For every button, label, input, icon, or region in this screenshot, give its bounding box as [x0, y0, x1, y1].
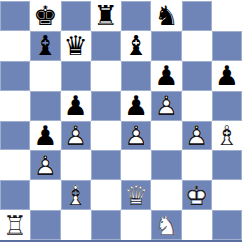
square-e5[interactable]: ♟ — [121, 91, 151, 121]
white-bishop[interactable]: ♗ — [61, 180, 91, 210]
square-h2[interactable] — [212, 180, 242, 210]
square-f1[interactable]: ♞♘ — [151, 210, 181, 240]
square-d5[interactable] — [91, 91, 121, 121]
square-b7[interactable]: ♝ — [30, 31, 60, 61]
square-h4[interactable]: ♝♗ — [212, 121, 242, 151]
square-c4[interactable]: ♟♙ — [61, 121, 91, 151]
square-a3[interactable] — [0, 150, 30, 180]
square-e1[interactable] — [121, 210, 151, 240]
square-f5[interactable]: ♟♙ — [151, 91, 181, 121]
square-e3[interactable] — [121, 150, 151, 180]
square-g3[interactable] — [182, 150, 212, 180]
black-pawn[interactable]: ♟ — [121, 91, 151, 121]
square-h7[interactable] — [212, 31, 242, 61]
square-d6[interactable] — [91, 61, 121, 91]
square-h3[interactable] — [212, 150, 242, 180]
square-g6[interactable] — [182, 61, 212, 91]
square-f3[interactable] — [151, 150, 181, 180]
square-h5[interactable] — [212, 91, 242, 121]
black-pawn[interactable]: ♟ — [61, 91, 91, 121]
white-rook[interactable]: ♖ — [0, 210, 30, 240]
square-d4[interactable] — [91, 121, 121, 151]
black-bishop[interactable]: ♝ — [121, 31, 151, 61]
white-bishop[interactable]: ♗ — [212, 121, 242, 151]
black-pawn[interactable]: ♟ — [30, 121, 60, 151]
square-c7[interactable]: ♛ — [61, 31, 91, 61]
square-f7[interactable] — [151, 31, 181, 61]
square-b1[interactable] — [30, 210, 60, 240]
square-d1[interactable] — [91, 210, 121, 240]
square-a8[interactable] — [0, 1, 30, 31]
white-knight[interactable]: ♘ — [151, 210, 181, 240]
square-c6[interactable] — [61, 61, 91, 91]
square-b4[interactable]: ♟ — [30, 121, 60, 151]
square-c5[interactable]: ♟ — [61, 91, 91, 121]
square-h6[interactable]: ♟ — [212, 61, 242, 91]
square-f4[interactable] — [151, 121, 181, 151]
square-a2[interactable] — [0, 180, 30, 210]
square-f8[interactable]: ♞ — [151, 1, 181, 31]
black-rook[interactable]: ♜ — [91, 1, 121, 31]
square-d3[interactable] — [91, 150, 121, 180]
white-pawn[interactable]: ♙ — [182, 121, 212, 151]
black-queen[interactable]: ♛ — [61, 31, 91, 61]
square-b5[interactable] — [30, 91, 60, 121]
square-a6[interactable] — [0, 61, 30, 91]
square-e6[interactable] — [121, 61, 151, 91]
square-c3[interactable] — [61, 150, 91, 180]
white-pawn[interactable]: ♙ — [151, 91, 181, 121]
square-f6[interactable]: ♟ — [151, 61, 181, 91]
square-a1[interactable]: ♜♖ — [0, 210, 30, 240]
square-g4[interactable]: ♟♙ — [182, 121, 212, 151]
square-a7[interactable] — [0, 31, 30, 61]
black-pawn[interactable]: ♟ — [212, 61, 242, 91]
square-e2[interactable]: ♛♕ — [121, 180, 151, 210]
square-e4[interactable]: ♟♙ — [121, 121, 151, 151]
square-e7[interactable]: ♝ — [121, 31, 151, 61]
square-d7[interactable] — [91, 31, 121, 61]
black-pawn[interactable]: ♟ — [151, 61, 181, 91]
square-b3[interactable]: ♟♙ — [30, 150, 60, 180]
black-knight[interactable]: ♞ — [151, 1, 181, 31]
square-g1[interactable] — [182, 210, 212, 240]
square-a4[interactable] — [0, 121, 30, 151]
square-b2[interactable] — [30, 180, 60, 210]
square-g8[interactable] — [182, 1, 212, 31]
square-b8[interactable]: ♚ — [30, 1, 60, 31]
chess-board: ♚♜♞♝♛♝♟♟♟♟♟♙♟♟♙♟♙♟♙♝♗♟♙♝♗♛♕♚♔♜♖♞♘ — [0, 0, 242, 242]
black-king[interactable]: ♚ — [30, 1, 60, 31]
square-g2[interactable]: ♚♔ — [182, 180, 212, 210]
white-queen[interactable]: ♕ — [121, 180, 151, 210]
white-pawn[interactable]: ♙ — [30, 150, 60, 180]
square-h1[interactable] — [212, 210, 242, 240]
square-c2[interactable]: ♝♗ — [61, 180, 91, 210]
square-g5[interactable] — [182, 91, 212, 121]
white-king[interactable]: ♔ — [182, 180, 212, 210]
square-a5[interactable] — [0, 91, 30, 121]
square-e8[interactable] — [121, 1, 151, 31]
square-h8[interactable] — [212, 1, 242, 31]
square-c1[interactable] — [61, 210, 91, 240]
square-b6[interactable] — [30, 61, 60, 91]
square-c8[interactable] — [61, 1, 91, 31]
square-d2[interactable] — [91, 180, 121, 210]
square-f2[interactable] — [151, 180, 181, 210]
white-pawn[interactable]: ♙ — [121, 121, 151, 151]
black-bishop[interactable]: ♝ — [30, 31, 60, 61]
square-d8[interactable]: ♜ — [91, 1, 121, 31]
white-pawn[interactable]: ♙ — [61, 121, 91, 151]
square-g7[interactable] — [182, 31, 212, 61]
